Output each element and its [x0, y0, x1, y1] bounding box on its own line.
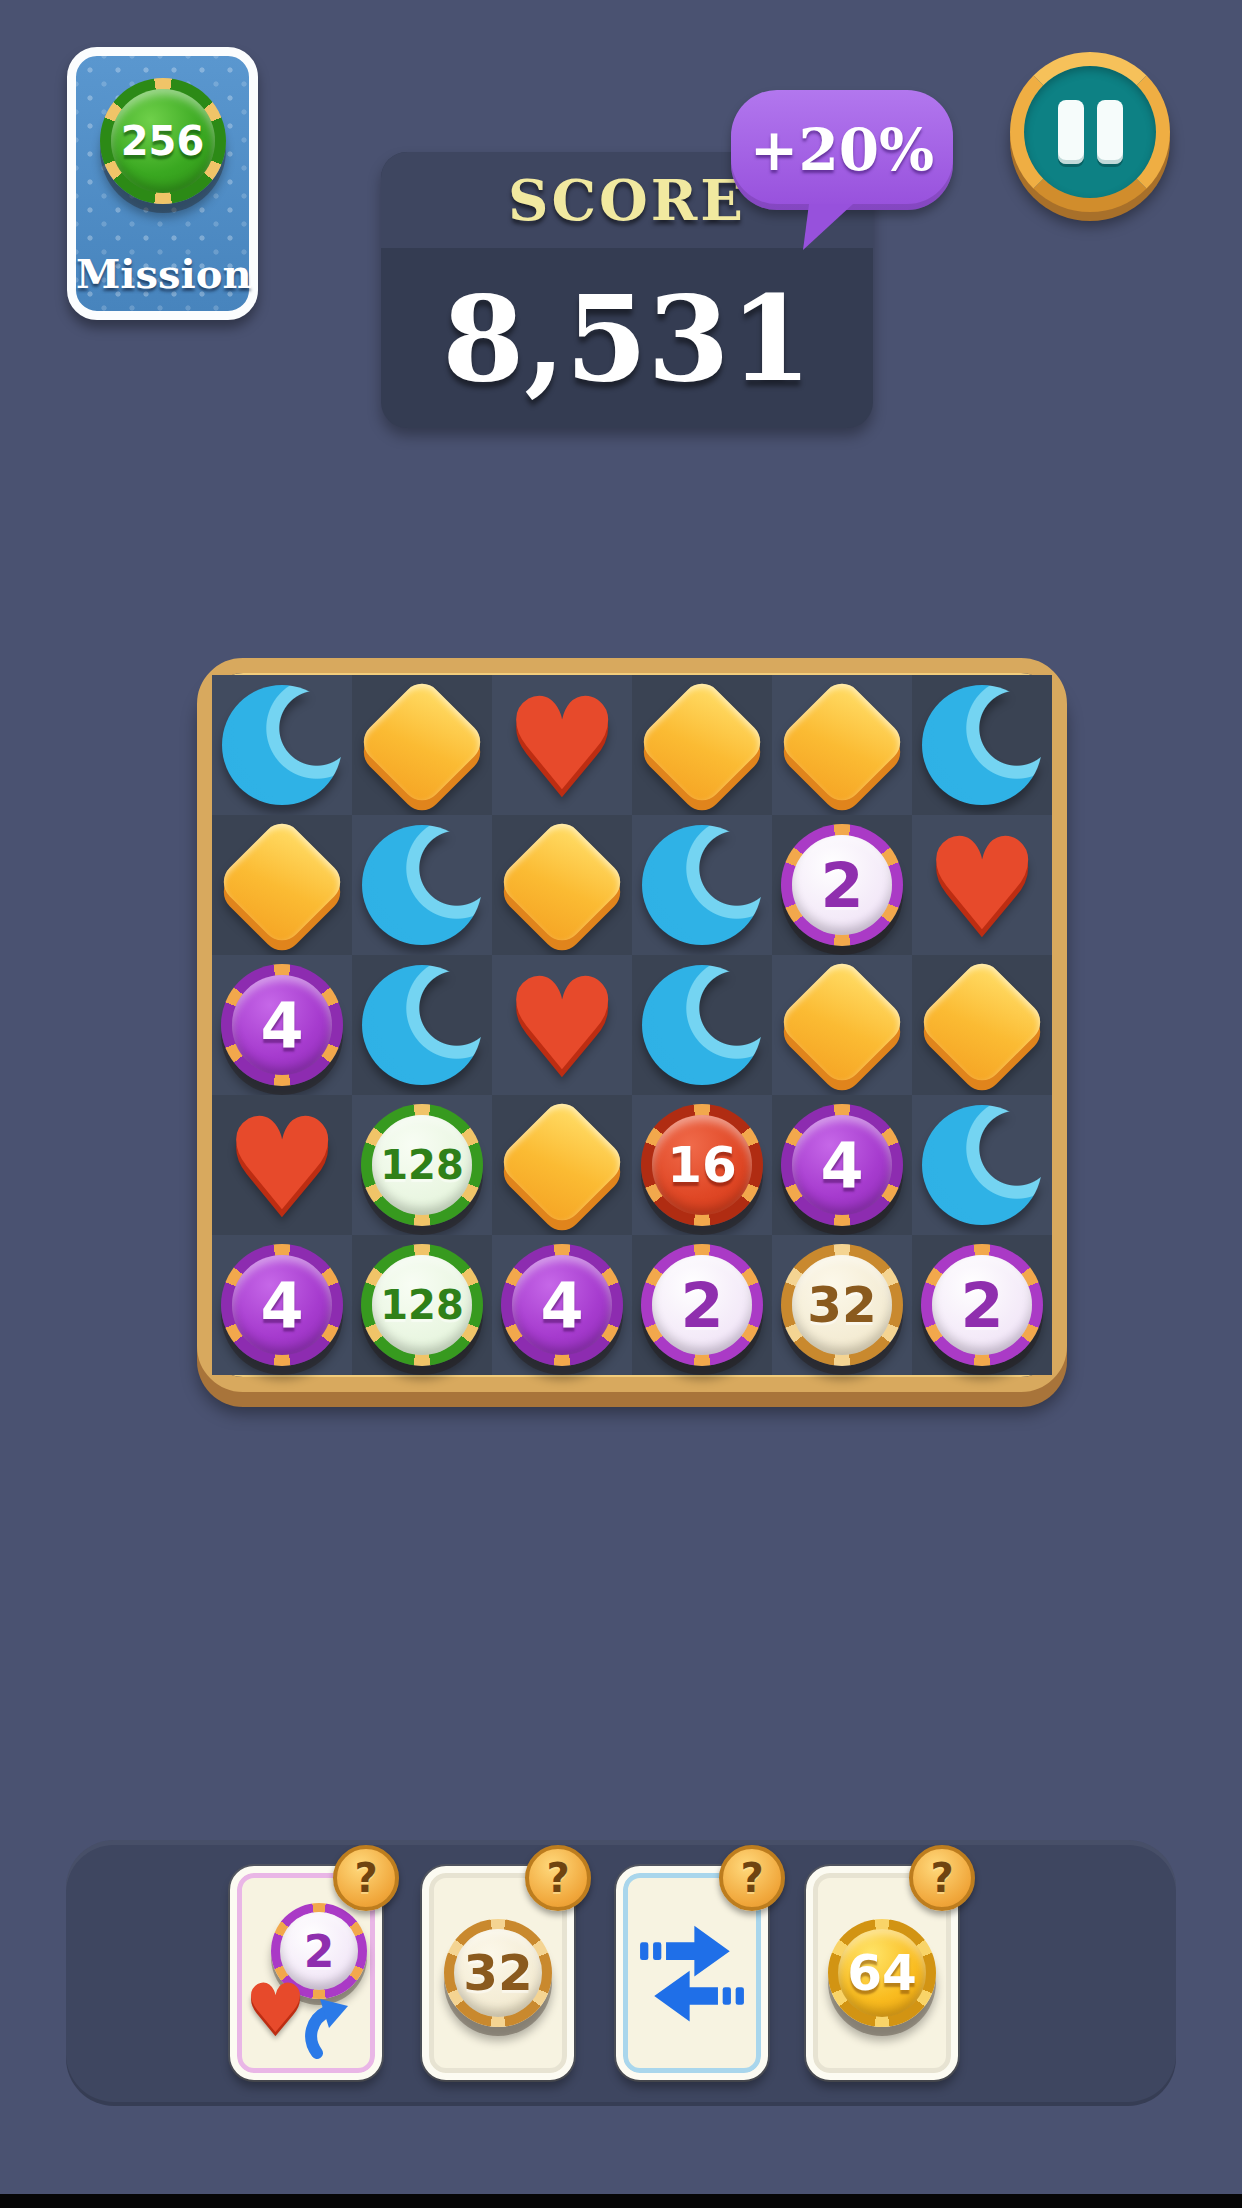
- moon-token[interactable]: [922, 685, 1042, 805]
- board-grid: ♥2♥4♥♥128164412842322: [212, 675, 1052, 1375]
- board-cell-r4c3: [492, 1095, 632, 1235]
- diamond-face: [356, 676, 489, 809]
- diamond-token[interactable]: [354, 677, 490, 813]
- bonus-bubble-text: +20%: [750, 116, 934, 184]
- board-cell-r1c2: [352, 675, 492, 815]
- card-chip-32: 32: [444, 1919, 552, 2027]
- question-badge[interactable]: ?: [525, 1845, 591, 1911]
- diamond-token[interactable]: [494, 1097, 630, 1233]
- board-cell-r3c4: [632, 955, 772, 1095]
- diamond-face: [776, 676, 909, 809]
- diamond-face: [916, 956, 1049, 1089]
- board-cell-r1c3: ♥: [492, 675, 632, 815]
- diamond-token[interactable]: [214, 817, 350, 953]
- board-cell-r4c6: [912, 1095, 1052, 1235]
- board-cell-r5c4: 2: [632, 1235, 772, 1375]
- bonus-bubble: +20%: [731, 90, 953, 210]
- board-cell-r5c5: 32: [772, 1235, 912, 1375]
- moon-token[interactable]: [362, 825, 482, 945]
- moon-token[interactable]: [642, 825, 762, 945]
- board-cell-r2c1: [212, 815, 352, 955]
- chip-token-4[interactable]: 4: [781, 1104, 903, 1226]
- score-value: 8,531: [442, 269, 812, 408]
- bottom-black-bar: [0, 2194, 1242, 2208]
- diamond-token[interactable]: [494, 817, 630, 953]
- board-cell-r4c5: 4: [772, 1095, 912, 1235]
- board-cell-r3c1: 4: [212, 955, 352, 1095]
- diamond-face: [496, 816, 629, 949]
- board-cell-r1c1: [212, 675, 352, 815]
- diamond-token[interactable]: [774, 677, 910, 813]
- mission-chip-value: 256: [121, 118, 205, 164]
- heart-token[interactable]: ♥: [925, 821, 1040, 949]
- chip-token-4[interactable]: 4: [221, 1244, 343, 1366]
- board-cell-r3c2: [352, 955, 492, 1095]
- chip-token-4[interactable]: 4: [501, 1244, 623, 1366]
- board-cell-r3c3: ♥: [492, 955, 632, 1095]
- pause-button[interactable]: [1010, 52, 1170, 212]
- board-cell-r4c2: 128: [352, 1095, 492, 1235]
- moon-token[interactable]: [362, 965, 482, 1085]
- diamond-face: [776, 956, 909, 1089]
- card-chip-64: 64: [828, 1919, 936, 2027]
- score-value-area: 8,531: [381, 248, 873, 428]
- diamond-token[interactable]: [634, 677, 770, 813]
- board-cell-r5c6: 2: [912, 1235, 1052, 1375]
- diamond-face: [216, 816, 349, 949]
- mission-card[interactable]: 256 Mission: [67, 47, 258, 320]
- heart-token[interactable]: ♥: [505, 961, 620, 1089]
- board-cell-r3c5: [772, 955, 912, 1095]
- chip-token-2[interactable]: 2: [781, 824, 903, 946]
- question-badge[interactable]: ?: [719, 1845, 785, 1911]
- board-cell-r5c2: 128: [352, 1235, 492, 1375]
- board-cell-r2c4: [632, 815, 772, 955]
- board-frame: ♥2♥4♥♥128164412842322: [197, 658, 1067, 1392]
- pause-icon: [1058, 100, 1084, 164]
- game-screen: 256 Mission SCORE 8,531 +20% ♥2♥4♥♥12816…: [0, 0, 1242, 2208]
- chip-token-2[interactable]: 2: [641, 1244, 763, 1366]
- board-cell-r1c6: [912, 675, 1052, 815]
- mission-chip: 256: [100, 78, 226, 204]
- chip-token-128[interactable]: 128: [361, 1104, 483, 1226]
- board-cell-r2c2: [352, 815, 492, 955]
- board-cell-r1c5: [772, 675, 912, 815]
- diamond-token[interactable]: [774, 957, 910, 1093]
- board-cell-r4c1: ♥: [212, 1095, 352, 1235]
- pause-icon: [1097, 100, 1123, 164]
- booster-card-chip-64[interactable]: ? 64: [806, 1866, 958, 2080]
- heart-icon: ♥: [245, 1975, 306, 2043]
- diamond-token[interactable]: [914, 957, 1050, 1093]
- rotate-arrow-icon: [301, 1993, 371, 2067]
- diamond-face: [636, 676, 769, 809]
- board-cell-r2c6: ♥: [912, 815, 1052, 955]
- moon-token[interactable]: [922, 1105, 1042, 1225]
- chip-token-16[interactable]: 16: [641, 1104, 763, 1226]
- board-cell-r5c3: 4: [492, 1235, 632, 1375]
- board-cell-r4c4: 16: [632, 1095, 772, 1235]
- board-cell-r1c4: [632, 675, 772, 815]
- board-cell-r5c1: 4: [212, 1235, 352, 1375]
- score-title: SCORE: [508, 167, 746, 233]
- moon-token[interactable]: [222, 685, 342, 805]
- chip-token-32[interactable]: 32: [781, 1244, 903, 1366]
- chip-token-2[interactable]: 2: [921, 1244, 1043, 1366]
- board-cell-r2c5: 2: [772, 815, 912, 955]
- booster-card-chip-32[interactable]: ? 32: [422, 1866, 574, 2080]
- booster-card-heart-swap[interactable]: ? 2 ♥: [230, 1866, 382, 2080]
- board-cell-r2c3: [492, 815, 632, 955]
- mission-label: Mission: [76, 250, 249, 297]
- moon-token[interactable]: [642, 965, 762, 1085]
- chip-token-4[interactable]: 4: [221, 964, 343, 1086]
- question-badge[interactable]: ?: [909, 1845, 975, 1911]
- chip-token-128[interactable]: 128: [361, 1244, 483, 1366]
- question-badge[interactable]: ?: [333, 1845, 399, 1911]
- heart-token[interactable]: ♥: [505, 681, 620, 809]
- diamond-face: [496, 1096, 629, 1229]
- heart-token[interactable]: ♥: [225, 1101, 340, 1229]
- booster-card-swap[interactable]: ?: [616, 1866, 768, 2080]
- board-cell-r3c6: [912, 955, 1052, 1095]
